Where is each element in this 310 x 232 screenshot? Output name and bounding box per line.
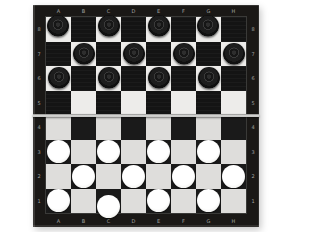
square-f2[interactable] — [171, 164, 196, 189]
square-g6[interactable] — [196, 66, 221, 91]
checker-white-e1[interactable] — [147, 189, 170, 212]
square-a4[interactable] — [46, 115, 71, 140]
square-c2[interactable] — [96, 164, 121, 189]
checker-black-e8[interactable] — [148, 15, 170, 37]
square-c5[interactable] — [96, 91, 121, 116]
square-b7[interactable] — [71, 42, 96, 67]
square-e7[interactable] — [146, 42, 171, 67]
square-d6[interactable] — [121, 66, 146, 91]
square-d7[interactable] — [121, 42, 146, 67]
file-label-top-a: A — [57, 9, 60, 14]
checker-white-d2[interactable] — [122, 165, 145, 188]
square-e5[interactable] — [146, 91, 171, 116]
rank-label-left-4: 4 — [37, 125, 40, 130]
square-e6[interactable] — [146, 66, 171, 91]
file-label-bottom-f: F — [182, 218, 185, 223]
checker-white-f2[interactable] — [172, 165, 195, 188]
square-g8[interactable] — [196, 17, 221, 42]
square-g7[interactable] — [196, 42, 221, 67]
checker-white-a1[interactable] — [47, 189, 70, 212]
checker-white-h2[interactable] — [222, 165, 245, 188]
checker-black-g6[interactable] — [198, 67, 220, 89]
square-d5[interactable] — [121, 91, 146, 116]
square-a8[interactable] — [46, 17, 71, 42]
square-h4[interactable] — [221, 115, 246, 140]
square-a2[interactable] — [46, 164, 71, 189]
rank-label-left-8: 8 — [37, 27, 40, 32]
file-label-top-g: G — [207, 9, 211, 14]
square-c4[interactable] — [96, 115, 121, 140]
rank-label-right-5: 5 — [251, 100, 254, 105]
square-b6[interactable] — [71, 66, 96, 91]
square-f6[interactable] — [171, 66, 196, 91]
file-label-top-e: E — [157, 9, 160, 14]
checker-black-a8[interactable] — [47, 15, 69, 37]
square-d3[interactable] — [121, 140, 146, 165]
checker-white-g3[interactable] — [197, 140, 220, 163]
rank-label-right-1: 1 — [251, 198, 254, 203]
checker-white-e3[interactable] — [147, 140, 170, 163]
file-label-top-f: F — [182, 9, 185, 14]
rank-label-right-2: 2 — [251, 174, 254, 179]
square-c3[interactable] — [96, 140, 121, 165]
checker-black-c8[interactable] — [98, 15, 120, 37]
square-h6[interactable] — [221, 66, 246, 91]
square-h3[interactable] — [221, 140, 246, 165]
square-b3[interactable] — [71, 140, 96, 165]
square-c8[interactable] — [96, 17, 121, 42]
file-label-top-c: C — [107, 9, 111, 14]
square-e8[interactable] — [146, 17, 171, 42]
square-f8[interactable] — [171, 17, 196, 42]
checker-black-c6[interactable] — [98, 67, 120, 89]
square-d4[interactable] — [121, 115, 146, 140]
square-b1[interactable] — [71, 189, 96, 214]
square-b4[interactable] — [71, 115, 96, 140]
rank-label-right-3: 3 — [251, 149, 254, 154]
checker-black-d7[interactable] — [123, 43, 145, 65]
square-g5[interactable] — [196, 91, 221, 116]
rank-label-left-5: 5 — [37, 100, 40, 105]
file-label-bottom-g: G — [207, 218, 211, 223]
square-f1[interactable] — [171, 189, 196, 214]
square-e1[interactable] — [146, 189, 171, 214]
square-c6[interactable] — [96, 66, 121, 91]
checker-black-e6[interactable] — [148, 67, 170, 89]
checker-white-a3[interactable] — [47, 140, 70, 163]
checker-black-h7[interactable] — [223, 43, 245, 65]
square-b2[interactable] — [71, 164, 96, 189]
square-f7[interactable] — [171, 42, 196, 67]
checker-black-g8[interactable] — [197, 15, 219, 37]
rank-label-right-4: 4 — [251, 125, 254, 130]
checker-black-f7[interactable] — [173, 43, 195, 65]
checkers-board: AABBCCDDEEFFGGHH8877665544332211 — [33, 5, 259, 227]
checker-white-c3[interactable] — [97, 140, 120, 163]
file-label-top-b: B — [82, 9, 85, 14]
checker-black-b7[interactable] — [73, 43, 95, 65]
rank-label-left-6: 6 — [37, 76, 40, 81]
square-f3[interactable] — [171, 140, 196, 165]
square-f4[interactable] — [171, 115, 196, 140]
square-c7[interactable] — [96, 42, 121, 67]
rank-label-left-7: 7 — [37, 51, 40, 56]
square-d2[interactable] — [121, 164, 146, 189]
square-e4[interactable] — [146, 115, 171, 140]
rank-label-right-6: 6 — [251, 76, 254, 81]
file-label-bottom-a: A — [57, 218, 60, 223]
rank-label-right-8: 8 — [251, 27, 254, 32]
square-a5[interactable] — [46, 91, 71, 116]
checker-white-c1[interactable] — [97, 195, 120, 218]
file-label-bottom-c: C — [107, 218, 111, 223]
file-label-top-d: D — [132, 9, 136, 14]
checker-white-b2[interactable] — [72, 165, 95, 188]
square-a7[interactable] — [46, 42, 71, 67]
square-e3[interactable] — [146, 140, 171, 165]
file-label-bottom-d: D — [132, 218, 136, 223]
square-a3[interactable] — [46, 140, 71, 165]
square-f5[interactable] — [171, 91, 196, 116]
rank-label-left-3: 3 — [37, 149, 40, 154]
square-c1[interactable] — [96, 189, 121, 214]
square-b8[interactable] — [71, 17, 96, 42]
file-label-top-h: H — [232, 9, 236, 14]
square-g1[interactable] — [196, 189, 221, 214]
board-fold-hinge — [33, 114, 259, 117]
file-label-bottom-b: B — [82, 218, 85, 223]
square-d1[interactable] — [121, 189, 146, 214]
square-g4[interactable] — [196, 115, 221, 140]
square-h8[interactable] — [221, 17, 246, 42]
file-label-bottom-e: E — [157, 218, 160, 223]
square-g2[interactable] — [196, 164, 221, 189]
square-h2[interactable] — [221, 164, 246, 189]
rank-label-right-7: 7 — [251, 51, 254, 56]
square-d8[interactable] — [121, 17, 146, 42]
square-a1[interactable] — [46, 189, 71, 214]
square-h5[interactable] — [221, 91, 246, 116]
square-e2[interactable] — [146, 164, 171, 189]
square-h7[interactable] — [221, 42, 246, 67]
square-b5[interactable] — [71, 91, 96, 116]
file-label-bottom-h: H — [232, 218, 236, 223]
checker-white-g1[interactable] — [197, 189, 220, 212]
rank-label-left-1: 1 — [37, 198, 40, 203]
rank-label-left-2: 2 — [37, 174, 40, 179]
square-a6[interactable] — [46, 66, 71, 91]
square-g3[interactable] — [196, 140, 221, 165]
checker-black-a6[interactable] — [48, 67, 70, 89]
square-h1[interactable] — [221, 189, 246, 214]
